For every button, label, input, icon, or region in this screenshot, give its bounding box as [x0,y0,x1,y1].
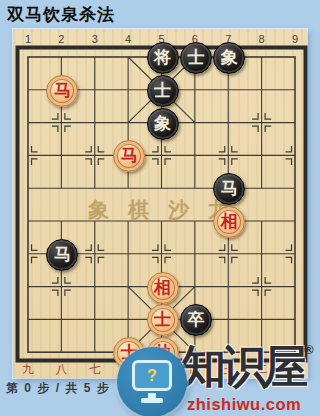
column-label-top: 2 [51,33,71,45]
piece-red-horse[interactable]: 马 [46,75,78,107]
piece-black-elephant[interactable]: 象 [213,42,245,74]
column-label-top: 9 [285,33,305,45]
monitor-icon-base [141,398,163,403]
help-logo-button[interactable]: ? [117,347,187,416]
app-window: 双马饮泉杀法 123456789九八七六五四三二一 象棋沙龙 将士象马士象马马相… [0,0,320,416]
column-label-top: 1 [18,33,38,45]
piece-red-elephant[interactable]: 相 [147,272,179,304]
column-label-top: 8 [252,33,272,45]
column-label-bottom: 八 [51,362,71,377]
step-counter: 第 0 步 / 共 5 步 [6,380,110,397]
column-label-top: 3 [85,33,105,45]
column-label-top: 4 [118,33,138,45]
piece-black-advisor[interactable]: 士 [147,75,179,107]
column-label-bottom: 七 [85,362,105,377]
puzzle-title: 双马饮泉杀法 [7,3,115,26]
monitor-icon: ? [132,360,172,391]
piece-black-advisor[interactable]: 士 [180,42,212,74]
site-watermark: 知识屋® [181,337,314,397]
piece-red-elephant[interactable]: 相 [213,206,245,238]
piece-black-horse[interactable]: 马 [46,239,78,271]
site-watermark-name: 知识屋 [181,342,304,392]
piece-black-elephant[interactable]: 象 [147,108,179,140]
piece-red-advisor[interactable]: 士 [147,304,179,336]
piece-black-general[interactable]: 将 [147,42,179,74]
registered-mark-icon: ® [304,342,314,357]
column-label-bottom: 九 [18,362,38,377]
question-mark-icon: ? [147,367,157,385]
site-watermark-domain: zhishiwu.com [187,395,301,414]
